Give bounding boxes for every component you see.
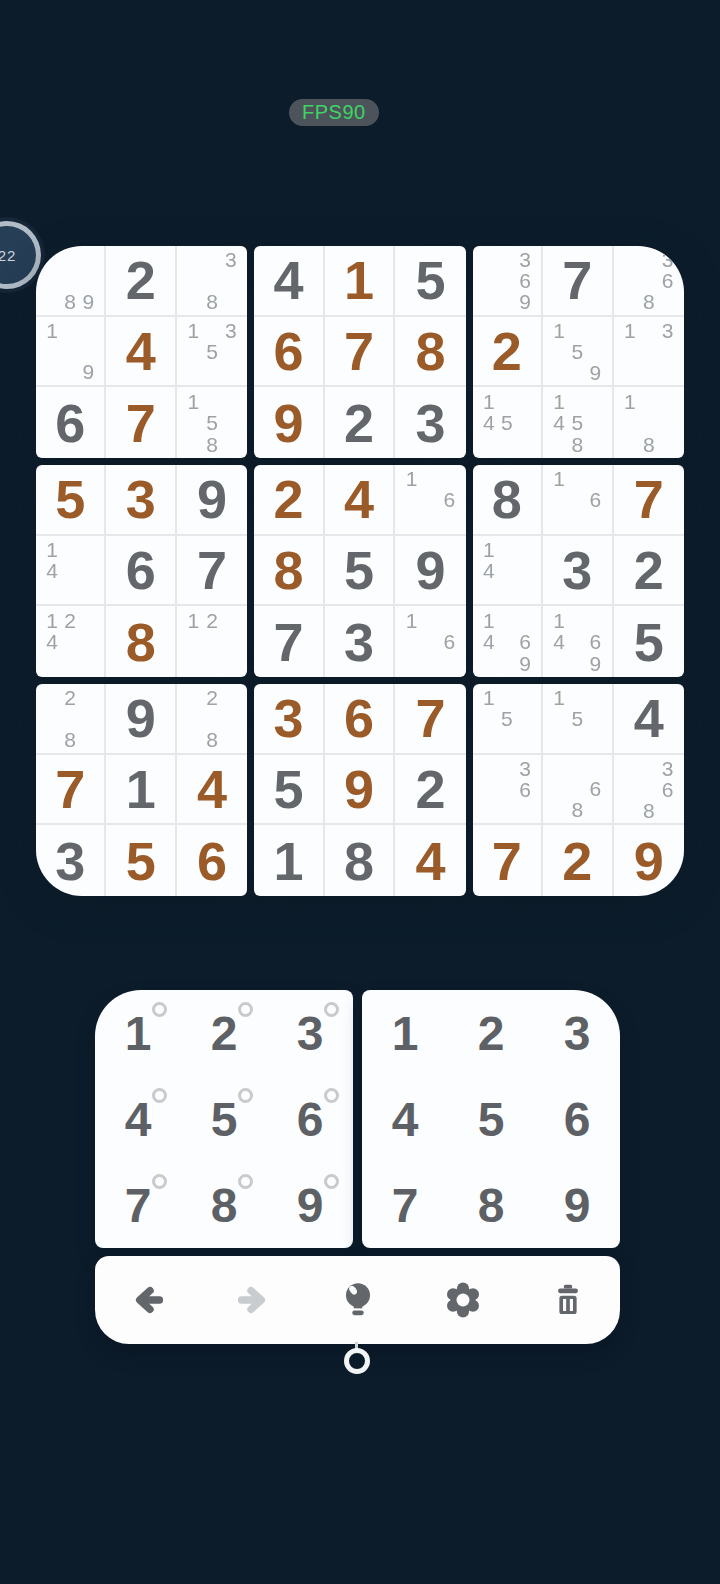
cell-r1c6[interactable]: 5 [395, 246, 465, 317]
given-digit: 7 [274, 615, 304, 669]
key-digit: 1 [125, 1006, 152, 1061]
pencil-mark-5: 5 [568, 708, 586, 729]
cell-r8c3[interactable]: 4 [177, 755, 247, 826]
pencil-mark-6: 6 [440, 631, 459, 653]
cell-r2c2[interactable]: 4 [106, 317, 176, 388]
pencil-mark-3: 3 [222, 320, 241, 341]
user-digit: 3 [274, 691, 304, 745]
pencil-mark-6: 6 [516, 779, 534, 800]
pencil-mark-8: 8 [203, 433, 222, 455]
pencil-ring-icon [238, 1174, 253, 1189]
pencil-marks: 16 [550, 468, 604, 531]
given-digit: 2 [415, 762, 445, 816]
cell-r8c6[interactable]: 2 [395, 755, 465, 826]
pencil-mark-9: 9 [516, 291, 534, 312]
pencil-marks: 159 [550, 320, 604, 383]
given-digit: 6 [55, 396, 85, 450]
cell-r4c5[interactable]: 4 [325, 465, 395, 536]
pencil-mark-2: 2 [203, 609, 222, 631]
given-digit: 7 [197, 543, 227, 597]
pencil-mark-6: 6 [586, 631, 604, 653]
pencil-mark-5: 5 [498, 708, 516, 729]
pencil-ring-icon [324, 1002, 339, 1017]
pencil-mark-1: 1 [550, 609, 568, 631]
pencil-ring-icon [152, 1002, 167, 1017]
cell-r9c5[interactable]: 8 [325, 825, 395, 896]
cell-r6c5[interactable]: 3 [325, 606, 395, 677]
pencil-mark-2: 2 [61, 687, 79, 708]
cell-r1c1[interactable]: 89 [36, 246, 106, 317]
cell-r5c5[interactable]: 5 [325, 536, 395, 607]
trash-icon [545, 1277, 591, 1323]
user-digit: 2 [274, 472, 304, 526]
cell-r8c4[interactable]: 5 [254, 755, 324, 826]
cell-r4c7[interactable]: 8 [473, 465, 543, 536]
pencil-marks: 135 [184, 320, 240, 383]
pencil-marks: 14 [43, 539, 97, 602]
pencil-marks: 16 [402, 468, 458, 531]
cell-r5c3[interactable]: 7 [177, 536, 247, 607]
user-digit: 5 [55, 472, 85, 526]
cell-r6c2[interactable]: 8 [106, 606, 176, 677]
pencil-number-pad: 123456789 [95, 990, 353, 1248]
pencil-mark-8: 8 [203, 291, 222, 312]
pencil-marks: 36 [480, 758, 534, 821]
key-digit: 7 [392, 1178, 419, 1233]
pencil-mark-1: 1 [480, 687, 498, 708]
pencil-mark-6: 6 [586, 778, 604, 799]
pencil-mark-6: 6 [440, 489, 459, 510]
pencil-mark-9: 9 [586, 652, 604, 674]
pencil-mark-1: 1 [550, 687, 568, 708]
cell-r4c3[interactable]: 9 [177, 465, 247, 536]
key-digit: 5 [211, 1092, 238, 1147]
pencil-mark-6: 6 [516, 270, 534, 291]
pencil-marks: 15 [550, 687, 604, 750]
drag-handle[interactable] [344, 1348, 370, 1374]
pencil-marks: 145 [480, 390, 534, 455]
user-digit: 2 [492, 324, 522, 378]
pencil-mark-1: 1 [480, 609, 498, 631]
given-digit: 5 [274, 762, 304, 816]
cell-r1c9[interactable]: 368 [614, 246, 684, 317]
cell-r1c2[interactable]: 2 [106, 246, 176, 317]
pencil-mark-1: 1 [43, 539, 61, 560]
pencil-mark-8: 8 [203, 729, 222, 750]
cell-r7c1[interactable]: 28 [36, 684, 106, 755]
pencil-mark-4: 4 [43, 560, 61, 581]
given-digit: 2 [344, 396, 374, 450]
cell-r2c1[interactable]: 19 [36, 317, 106, 388]
pencil-ring-icon [152, 1088, 167, 1103]
pencil-key-5[interactable]: 5 [181, 1076, 267, 1162]
user-digit: 7 [55, 762, 85, 816]
user-digit: 6 [344, 691, 374, 745]
user-digit: 5 [126, 834, 156, 888]
given-digit: 3 [344, 615, 374, 669]
cell-r7c2[interactable]: 9 [106, 684, 176, 755]
key-digit: 4 [125, 1092, 152, 1147]
pencil-mark-2: 2 [203, 687, 222, 708]
cell-r1c4[interactable]: 4 [254, 246, 324, 317]
cell-r3c5[interactable]: 2 [325, 387, 395, 458]
board-box-4: 5391467124812 [36, 465, 247, 677]
key-digit: 2 [211, 1006, 238, 1061]
given-digit: 8 [492, 472, 522, 526]
cell-r7c3[interactable]: 28 [177, 684, 247, 755]
cell-r7c5[interactable]: 6 [325, 684, 395, 755]
given-digit: 2 [634, 543, 664, 597]
given-digit: 1 [126, 762, 156, 816]
pencil-mark-6: 6 [516, 631, 534, 653]
pencil-mark-3: 3 [658, 758, 677, 779]
pencil-marks: 89 [43, 249, 97, 312]
key-digit: 8 [211, 1178, 238, 1233]
key-digit: 3 [297, 1006, 324, 1061]
number-key-1[interactable]: 1 [362, 990, 448, 1076]
given-digit: 3 [562, 543, 592, 597]
pencil-mark-1: 1 [550, 390, 568, 412]
cell-r1c5[interactable]: 1 [325, 246, 395, 317]
given-digit: 6 [126, 543, 156, 597]
pencil-mark-8: 8 [639, 291, 658, 312]
key-digit: 9 [297, 1178, 324, 1233]
cell-r2c4[interactable]: 6 [254, 317, 324, 388]
pencil-marks: 14 [480, 539, 534, 602]
cell-r5c8[interactable]: 3 [543, 536, 613, 607]
key-digit: 7 [125, 1178, 152, 1233]
cell-r6c1[interactable]: 124 [36, 606, 106, 677]
user-digit: 4 [197, 762, 227, 816]
cell-r3c1[interactable]: 6 [36, 387, 106, 458]
pencil-mark-1: 1 [43, 609, 61, 631]
pencil-mark-3: 3 [516, 249, 534, 270]
pencil-marks: 38 [184, 249, 240, 312]
pencil-marks: 369 [480, 249, 534, 312]
cell-r9c7[interactable]: 7 [473, 825, 543, 896]
pencil-mark-9: 9 [586, 362, 604, 383]
cell-r7c9[interactable]: 4 [614, 684, 684, 755]
number-key-5[interactable]: 5 [448, 1076, 534, 1162]
pencil-mark-5: 5 [203, 341, 222, 362]
cell-r1c3[interactable]: 38 [177, 246, 247, 317]
undo-button[interactable] [113, 1268, 183, 1332]
fps-label: FPS90 [302, 101, 366, 124]
number-key-9[interactable]: 9 [534, 1162, 620, 1248]
given-digit: 4 [634, 691, 664, 745]
board-box-1: 8923819413567158 [36, 246, 247, 458]
cell-r4c2[interactable]: 3 [106, 465, 176, 536]
cell-r8c5[interactable]: 9 [325, 755, 395, 826]
pencil-marks: 1458 [550, 390, 604, 455]
pencil-ring-icon [152, 1174, 167, 1189]
pencil-mark-8: 8 [61, 291, 79, 312]
key-digit: 5 [478, 1092, 505, 1147]
user-digit: 7 [126, 396, 156, 450]
cell-r7c8[interactable]: 15 [543, 684, 613, 755]
given-digit: 3 [55, 834, 85, 888]
cell-r9c1[interactable]: 3 [36, 825, 106, 896]
cell-r3c8[interactable]: 1458 [543, 387, 613, 458]
cell-r4c8[interactable]: 16 [543, 465, 613, 536]
cell-r6c9[interactable]: 5 [614, 606, 684, 677]
cell-r3c3[interactable]: 158 [177, 387, 247, 458]
pencil-ring-icon [324, 1174, 339, 1189]
pencil-mark-1: 1 [480, 390, 498, 412]
pencil-mark-5: 5 [568, 341, 586, 362]
pencil-mark-4: 4 [43, 631, 61, 653]
cell-r5c6[interactable]: 9 [395, 536, 465, 607]
pencil-mark-3: 3 [516, 758, 534, 779]
cell-r2c9[interactable]: 13 [614, 317, 684, 388]
pencil-mark-1: 1 [550, 468, 568, 489]
cell-r4c9[interactable]: 7 [614, 465, 684, 536]
cell-r6c8[interactable]: 1469 [543, 606, 613, 677]
pencil-mark-9: 9 [79, 361, 97, 382]
pencil-marks: 19 [43, 320, 97, 383]
cell-r2c6[interactable]: 8 [395, 317, 465, 388]
pencil-key-1[interactable]: 1 [95, 990, 181, 1076]
cell-r3c4[interactable]: 9 [254, 387, 324, 458]
pencil-marks: 15 [480, 687, 534, 750]
user-digit: 7 [344, 324, 374, 378]
cell-r3c9[interactable]: 18 [614, 387, 684, 458]
sudoku-board: 8923819413567158 415678923 3697368215913… [36, 246, 684, 896]
cell-r8c8[interactable]: 68 [543, 755, 613, 826]
cell-r4c1[interactable]: 5 [36, 465, 106, 536]
pencil-mark-4: 4 [550, 631, 568, 653]
user-digit: 6 [274, 324, 304, 378]
pencil-mark-3: 3 [658, 249, 677, 270]
number-key-8[interactable]: 8 [448, 1162, 534, 1248]
board-box-2: 415678923 [254, 246, 465, 458]
redo-arrow-icon [230, 1277, 276, 1323]
user-digit: 3 [126, 472, 156, 526]
cell-r5c2[interactable]: 6 [106, 536, 176, 607]
user-digit: 7 [415, 691, 445, 745]
user-digit: 8 [274, 543, 304, 597]
user-digit: 4 [344, 472, 374, 526]
key-digit: 2 [478, 1006, 505, 1061]
delete-button[interactable] [533, 1268, 603, 1332]
pencil-key-3[interactable]: 3 [267, 990, 353, 1076]
pencil-key-8[interactable]: 8 [181, 1162, 267, 1248]
user-digit: 8 [415, 324, 445, 378]
given-digit: 9 [126, 691, 156, 745]
given-digit: 5 [634, 615, 664, 669]
normal-number-pad: 123456789 [362, 990, 620, 1248]
pencil-mark-6: 6 [658, 270, 677, 291]
user-digit: 6 [197, 834, 227, 888]
cell-r4c4[interactable]: 2 [254, 465, 324, 536]
given-digit: 4 [274, 253, 304, 307]
cell-r8c7[interactable]: 36 [473, 755, 543, 826]
user-digit: 9 [634, 834, 664, 888]
pencil-key-2[interactable]: 2 [181, 990, 267, 1076]
key-digit: 6 [297, 1092, 324, 1147]
user-digit: 2 [562, 834, 592, 888]
pencil-marks: 68 [550, 758, 604, 821]
cell-r9c9[interactable]: 9 [614, 825, 684, 896]
gear-icon [440, 1277, 486, 1323]
cell-r1c8[interactable]: 7 [543, 246, 613, 317]
cell-r7c6[interactable]: 7 [395, 684, 465, 755]
pencil-mark-6: 6 [586, 489, 604, 510]
phone-screen: FPS90 22 8923819413567158 415678923 3697… [0, 0, 720, 1584]
given-digit: 9 [197, 472, 227, 526]
cell-r7c7[interactable]: 15 [473, 684, 543, 755]
pencil-key-9[interactable]: 9 [267, 1162, 353, 1248]
given-digit: 5 [415, 253, 445, 307]
toolbar [95, 1256, 620, 1344]
pencil-mark-1: 1 [621, 390, 640, 412]
cell-r8c9[interactable]: 368 [614, 755, 684, 826]
pencil-marks: 368 [621, 249, 677, 312]
pencil-marks: 158 [184, 390, 240, 455]
user-digit: 7 [634, 472, 664, 526]
cell-r3c2[interactable]: 7 [106, 387, 176, 458]
pencil-mark-1: 1 [402, 468, 421, 489]
user-digit: 4 [126, 324, 156, 378]
cell-r5c7[interactable]: 14 [473, 536, 543, 607]
pencil-mark-4: 4 [550, 412, 568, 434]
given-digit: 5 [344, 543, 374, 597]
pencil-marks: 124 [43, 609, 97, 674]
pencil-marks: 28 [184, 687, 240, 750]
cell-r8c2[interactable]: 1 [106, 755, 176, 826]
pencil-mark-9: 9 [79, 291, 97, 312]
cell-r5c1[interactable]: 14 [36, 536, 106, 607]
given-digit: 7 [562, 253, 592, 307]
cell-r6c6[interactable]: 16 [395, 606, 465, 677]
pencil-marks: 1469 [550, 609, 604, 674]
given-digit: 1 [274, 834, 304, 888]
lightbulb-icon [335, 1277, 381, 1323]
pencil-mark-3: 3 [222, 249, 241, 270]
pencil-mark-1: 1 [184, 320, 203, 341]
user-digit: 8 [126, 615, 156, 669]
user-digit: 4 [415, 834, 445, 888]
pencil-mark-1: 1 [621, 320, 640, 341]
pencil-mark-8: 8 [568, 433, 586, 455]
cell-r9c3[interactable]: 6 [177, 825, 247, 896]
pencil-mark-8: 8 [639, 433, 658, 455]
board-box-5: 24168597316 [254, 465, 465, 677]
cell-r8c1[interactable]: 7 [36, 755, 106, 826]
cell-r9c6[interactable]: 4 [395, 825, 465, 896]
settings-button[interactable] [428, 1268, 498, 1332]
pencil-key-7[interactable]: 7 [95, 1162, 181, 1248]
pencil-mark-1: 1 [43, 320, 61, 341]
given-digit: 9 [415, 543, 445, 597]
pencil-mark-4: 4 [480, 560, 498, 581]
pencil-mark-1: 1 [550, 320, 568, 341]
pencil-mark-1: 1 [402, 609, 421, 631]
pencil-mark-3: 3 [658, 320, 677, 341]
pencil-marks: 1469 [480, 609, 534, 674]
cell-r5c4[interactable]: 8 [254, 536, 324, 607]
cell-r4c6[interactable]: 16 [395, 465, 465, 536]
pencil-mark-1: 1 [184, 609, 203, 631]
cell-r3c7[interactable]: 145 [473, 387, 543, 458]
user-digit: 1 [344, 253, 374, 307]
cell-r9c4[interactable]: 1 [254, 825, 324, 896]
board-box-6: 81671432146914695 [473, 465, 684, 677]
pencil-mark-5: 5 [568, 412, 586, 434]
cell-r7c4[interactable]: 3 [254, 684, 324, 755]
number-key-2[interactable]: 2 [448, 990, 534, 1076]
given-digit: 3 [415, 396, 445, 450]
user-digit: 9 [344, 762, 374, 816]
user-digit: 9 [274, 396, 304, 450]
pencil-key-4[interactable]: 4 [95, 1076, 181, 1162]
cell-r9c2[interactable]: 5 [106, 825, 176, 896]
cell-r2c5[interactable]: 7 [325, 317, 395, 388]
number-key-7[interactable]: 7 [362, 1162, 448, 1248]
key-digit: 4 [392, 1092, 419, 1147]
cell-r6c4[interactable]: 7 [254, 606, 324, 677]
key-digit: 8 [478, 1178, 505, 1233]
pencil-mark-6: 6 [658, 779, 677, 800]
number-key-6[interactable]: 6 [534, 1076, 620, 1162]
pencil-ring-icon [324, 1088, 339, 1103]
number-key-3[interactable]: 3 [534, 990, 620, 1076]
cell-r2c8[interactable]: 159 [543, 317, 613, 388]
cell-r6c3[interactable]: 12 [177, 606, 247, 677]
user-digit: 7 [492, 834, 522, 888]
hint-button[interactable] [323, 1268, 393, 1332]
pencil-mark-4: 4 [480, 412, 498, 434]
board-box-3: 3697368215913145145818 [473, 246, 684, 458]
board-box-8: 367592184 [254, 684, 465, 896]
pencil-marks: 13 [621, 320, 677, 383]
given-digit: 2 [126, 253, 156, 307]
pencil-marks: 28 [43, 687, 97, 750]
cell-r2c3[interactable]: 135 [177, 317, 247, 388]
number-key-4[interactable]: 4 [362, 1076, 448, 1162]
cell-r3c6[interactable]: 3 [395, 387, 465, 458]
board-box-9: 151543668368729 [473, 684, 684, 896]
pencil-mark-8: 8 [61, 729, 79, 750]
pencil-marks: 12 [184, 609, 240, 674]
cell-r6c7[interactable]: 1469 [473, 606, 543, 677]
key-digit: 6 [564, 1092, 591, 1147]
redo-button[interactable] [218, 1268, 288, 1332]
given-digit: 8 [344, 834, 374, 888]
pencil-mark-5: 5 [203, 412, 222, 434]
pencil-mark-1: 1 [184, 390, 203, 412]
pencil-marks: 368 [621, 758, 677, 821]
cell-r5c9[interactable]: 2 [614, 536, 684, 607]
cell-r2c7[interactable]: 2 [473, 317, 543, 388]
pencil-mark-8: 8 [568, 799, 586, 820]
key-digit: 3 [564, 1006, 591, 1061]
fps-counter-badge: FPS90 [289, 99, 379, 126]
pencil-marks: 18 [621, 390, 677, 455]
pencil-marks: 16 [402, 609, 458, 674]
pencil-ring-icon [238, 1088, 253, 1103]
board-box-7: 28928714356 [36, 684, 247, 896]
pencil-key-6[interactable]: 6 [267, 1076, 353, 1162]
undo-arrow-icon [125, 1277, 171, 1323]
pencil-mark-1: 1 [480, 539, 498, 560]
pencil-mark-2: 2 [61, 609, 79, 631]
pencil-ring-icon [238, 1002, 253, 1017]
key-digit: 9 [564, 1178, 591, 1233]
cell-r1c7[interactable]: 369 [473, 246, 543, 317]
key-digit: 1 [392, 1006, 419, 1061]
cell-r9c8[interactable]: 2 [543, 825, 613, 896]
